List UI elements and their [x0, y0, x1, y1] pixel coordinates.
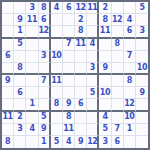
cell-r1c7[interactable]: 12 — [75, 2, 87, 14]
cell-r6c6[interactable] — [63, 63, 75, 75]
cell-r2c6[interactable] — [63, 14, 75, 26]
cell-r7c9[interactable] — [99, 75, 111, 87]
cell-r10c5[interactable] — [51, 112, 63, 124]
cell-r9c2[interactable] — [14, 99, 26, 111]
cell-r10c1[interactable]: 11 — [2, 112, 14, 124]
cell-r3c7[interactable]: 8 — [75, 26, 87, 38]
cell-r3c11[interactable]: 6 — [124, 26, 136, 38]
cell-r8c11[interactable] — [124, 87, 136, 99]
cell-r2c7[interactable]: 2 — [75, 14, 87, 26]
cell-r1c9[interactable]: 2 — [99, 2, 111, 14]
cell-r11c6[interactable]: 11 — [63, 124, 75, 136]
cell-r12c8[interactable]: 12 — [87, 136, 99, 148]
cell-r7c3[interactable] — [26, 75, 38, 87]
cell-r12c9[interactable]: 3 — [99, 136, 111, 148]
cell-r9c1[interactable] — [2, 99, 14, 111]
cell-r3c5[interactable] — [51, 26, 63, 38]
cell-r8c12[interactable]: 9 — [136, 87, 148, 99]
cell-r4c1[interactable] — [2, 39, 14, 51]
cell-r7c2[interactable] — [14, 75, 26, 87]
cell-r9c7[interactable]: 6 — [75, 99, 87, 111]
cell-r11c1[interactable] — [2, 124, 14, 136]
cell-r8c4[interactable] — [39, 87, 51, 99]
cell-r5c3[interactable] — [26, 51, 38, 63]
cell-r5c9[interactable] — [99, 51, 111, 63]
cell-r9c4[interactable] — [39, 99, 51, 111]
cell-r7c4[interactable]: 7 — [39, 75, 51, 87]
cell-r4c11[interactable] — [124, 39, 136, 51]
cell-r11c9[interactable]: 5 — [99, 124, 111, 136]
cell-r10c9[interactable]: 4 — [99, 112, 111, 124]
cell-r4c3[interactable] — [26, 39, 38, 51]
cell-r2c3[interactable]: 11 — [26, 14, 38, 26]
cell-r12c10[interactable]: 6 — [112, 136, 124, 148]
cell-r3c4[interactable]: 12 — [39, 26, 51, 38]
cell-r11c3[interactable]: 4 — [26, 124, 38, 136]
cell-r3c1[interactable] — [2, 26, 14, 38]
cell-r5c10[interactable] — [112, 51, 124, 63]
cell-r6c9[interactable]: 9 — [99, 63, 111, 75]
cell-r11c7[interactable] — [75, 124, 87, 136]
cell-r11c12[interactable] — [136, 124, 148, 136]
cell-r8c10[interactable] — [112, 87, 124, 99]
cell-r9c3[interactable]: 1 — [26, 99, 38, 111]
cell-r10c10[interactable] — [112, 112, 124, 124]
cell-r12c7[interactable]: 9 — [75, 136, 87, 148]
cell-r4c7[interactable]: 11 — [75, 39, 87, 51]
cell-r6c2[interactable]: 8 — [14, 63, 26, 75]
cell-r2c12[interactable] — [136, 14, 148, 26]
cell-r9c10[interactable] — [112, 99, 124, 111]
cell-r9c5[interactable]: 8 — [51, 99, 63, 111]
cell-r12c5[interactable]: 5 — [51, 136, 63, 148]
cell-r12c1[interactable]: 8 — [2, 136, 14, 148]
cell-r8c5[interactable] — [51, 87, 63, 99]
cell-r4c4[interactable] — [39, 39, 51, 51]
cell-r2c5[interactable] — [51, 14, 63, 26]
cell-r10c7[interactable] — [75, 112, 87, 124]
cell-r9c11[interactable]: 12 — [124, 99, 136, 111]
cell-r3c3[interactable] — [26, 26, 38, 38]
cell-r1c6[interactable]: 6 — [63, 2, 75, 14]
cell-r1c11[interactable] — [124, 2, 136, 14]
cell-r8c7[interactable] — [75, 87, 87, 99]
cell-r12c6[interactable]: 4 — [63, 136, 75, 148]
cell-r5c12[interactable] — [136, 51, 148, 63]
cell-r3c9[interactable]: 11 — [99, 26, 111, 38]
cell-r5c6[interactable] — [63, 51, 75, 63]
cell-r2c10[interactable]: 12 — [112, 14, 124, 26]
cell-r6c8[interactable]: 3 — [87, 63, 99, 75]
cell-r7c8[interactable] — [87, 75, 99, 87]
cell-r2c4[interactable]: 6 — [39, 14, 51, 26]
cell-r4c8[interactable]: 4 — [87, 39, 99, 51]
cell-r4c5[interactable] — [51, 39, 63, 51]
sudoku-board: 3846121125911628124112811635711486310783… — [0, 0, 150, 150]
cell-r3c8[interactable] — [87, 26, 99, 38]
cell-r11c11[interactable]: 1 — [124, 124, 136, 136]
cell-r11c2[interactable]: 3 — [14, 124, 26, 136]
cell-r9c12[interactable] — [136, 99, 148, 111]
cell-r1c5[interactable]: 4 — [51, 2, 63, 14]
cell-r3c10[interactable] — [112, 26, 124, 38]
cell-r8c9[interactable]: 10 — [99, 87, 111, 99]
cell-r3c2[interactable]: 1 — [14, 26, 26, 38]
cell-r9c9[interactable] — [99, 99, 111, 111]
cell-r6c11[interactable] — [124, 63, 136, 75]
cell-r9c8[interactable] — [87, 99, 99, 111]
cell-r10c11[interactable]: 10 — [124, 112, 136, 124]
cell-r10c4[interactable]: 5 — [39, 112, 51, 124]
cell-r6c10[interactable] — [112, 63, 124, 75]
cell-r7c11[interactable]: 8 — [124, 75, 136, 87]
cell-r6c5[interactable] — [51, 63, 63, 75]
cell-r1c3[interactable]: 3 — [26, 2, 38, 14]
cell-r10c2[interactable]: 2 — [14, 112, 26, 124]
cell-r8c1[interactable] — [2, 87, 14, 99]
cell-r2c1[interactable] — [2, 14, 14, 26]
cell-r3c6[interactable] — [63, 26, 75, 38]
cell-r12c3[interactable] — [26, 136, 38, 148]
cell-r2c11[interactable]: 4 — [124, 14, 136, 26]
cell-r7c1[interactable]: 9 — [2, 75, 14, 87]
cell-r12c12[interactable] — [136, 136, 148, 148]
cell-r7c12[interactable] — [136, 75, 148, 87]
cell-r8c2[interactable]: 6 — [14, 87, 26, 99]
cell-r4c2[interactable]: 5 — [14, 39, 26, 51]
cell-r7c7[interactable] — [75, 75, 87, 87]
cell-r8c6[interactable] — [63, 87, 75, 99]
cell-r11c5[interactable] — [51, 124, 63, 136]
cell-r1c8[interactable]: 11 — [87, 2, 99, 14]
cell-r1c4[interactable]: 8 — [39, 2, 51, 14]
cell-r7c6[interactable] — [63, 75, 75, 87]
cell-r6c4[interactable] — [39, 63, 51, 75]
cell-r12c11[interactable] — [124, 136, 136, 148]
cell-r10c6[interactable]: 8 — [63, 112, 75, 124]
cell-r2c8[interactable] — [87, 14, 99, 26]
cell-r2c9[interactable]: 8 — [99, 14, 111, 26]
cell-r4c6[interactable]: 7 — [63, 39, 75, 51]
cell-r10c8[interactable] — [87, 112, 99, 124]
cell-r6c3[interactable] — [26, 63, 38, 75]
cell-r5c4[interactable]: 3 — [39, 51, 51, 63]
cell-r7c10[interactable] — [112, 75, 124, 87]
cell-r11c10[interactable]: 7 — [112, 124, 124, 136]
cell-r12c4[interactable]: 1 — [39, 136, 51, 148]
cell-r10c3[interactable] — [26, 112, 38, 124]
cell-r1c10[interactable] — [112, 2, 124, 14]
cell-r1c1[interactable] — [2, 2, 14, 14]
cell-r5c7[interactable] — [75, 51, 87, 63]
cell-r7c5[interactable]: 11 — [51, 75, 63, 87]
cell-r6c7[interactable] — [75, 63, 87, 75]
cell-r4c12[interactable] — [136, 39, 148, 51]
cell-r5c2[interactable] — [14, 51, 26, 63]
cell-r9c6[interactable]: 9 — [63, 99, 75, 111]
cell-r3c12[interactable]: 3 — [136, 26, 148, 38]
cell-r10c12[interactable] — [136, 112, 148, 124]
cell-r1c12[interactable]: 5 — [136, 2, 148, 14]
cell-r8c3[interactable] — [26, 87, 38, 99]
cell-r12c2[interactable] — [14, 136, 26, 148]
cell-r1c2[interactable] — [14, 2, 26, 14]
cell-r5c11[interactable]: 7 — [124, 51, 136, 63]
cell-r6c12[interactable]: 10 — [136, 63, 148, 75]
cell-r8c8[interactable]: 5 — [87, 87, 99, 99]
cell-r11c4[interactable]: 9 — [39, 124, 51, 136]
cell-r5c5[interactable]: 10 — [51, 51, 63, 63]
cell-r6c1[interactable] — [2, 63, 14, 75]
cell-r11c8[interactable] — [87, 124, 99, 136]
cell-r4c10[interactable]: 8 — [112, 39, 124, 51]
cell-r4c9[interactable] — [99, 39, 111, 51]
cell-r2c2[interactable]: 9 — [14, 14, 26, 26]
cell-r5c8[interactable] — [87, 51, 99, 63]
cell-r5c1[interactable]: 6 — [2, 51, 14, 63]
